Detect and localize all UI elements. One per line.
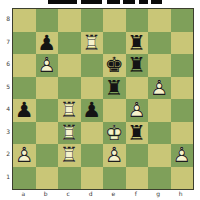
square-a4[interactable]: ♟ (13, 99, 36, 122)
square-c7[interactable] (58, 32, 81, 55)
square-d4[interactable]: ♟ (81, 99, 104, 122)
square-b2[interactable] (36, 144, 59, 167)
square-a5[interactable] (13, 77, 36, 100)
square-f7[interactable]: ♜ (126, 32, 149, 55)
square-f5[interactable] (126, 77, 149, 100)
white-king-e3[interactable]: ♚ (103, 122, 126, 145)
square-f3[interactable]: ♜ (126, 122, 149, 145)
square-b7[interactable]: ♟ (36, 32, 59, 55)
square-b3[interactable] (36, 122, 59, 145)
square-b8[interactable] (36, 9, 59, 32)
square-e5[interactable]: ♜ (103, 77, 126, 100)
cropped-text-fragment-2 (107, 0, 120, 4)
square-a2[interactable]: ♟ (13, 144, 36, 167)
file-label-e: e (102, 190, 125, 197)
file-labels: abcdefgh (12, 189, 193, 200)
square-a3[interactable] (13, 122, 36, 145)
rank-label-7: 7 (0, 31, 10, 54)
square-f8[interactable] (126, 9, 149, 32)
file-label-a: a (12, 190, 35, 197)
rank-labels: 87654321 (0, 8, 12, 188)
square-g1[interactable] (148, 167, 171, 190)
square-d5[interactable] (81, 77, 104, 100)
square-d7[interactable]: ♜ (81, 32, 104, 55)
black-pawn-d4[interactable]: ♟ (81, 99, 104, 122)
square-d1[interactable] (81, 167, 104, 190)
square-d3[interactable] (81, 122, 104, 145)
square-g7[interactable] (148, 32, 171, 55)
square-a7[interactable] (13, 32, 36, 55)
file-label-b: b (35, 190, 58, 197)
square-e4[interactable] (103, 99, 126, 122)
square-g8[interactable] (148, 9, 171, 32)
white-pawn-g5[interactable]: ♟ (148, 77, 171, 100)
square-e3[interactable]: ♚ (103, 122, 126, 145)
black-rook-f6[interactable]: ♜ (126, 54, 149, 77)
square-e1[interactable] (103, 167, 126, 190)
square-d2[interactable] (81, 144, 104, 167)
black-rook-f7[interactable]: ♜ (126, 32, 149, 55)
file-label-f: f (125, 190, 148, 197)
rank-label-4: 4 (0, 98, 10, 121)
white-rook-c4[interactable]: ♜ (58, 99, 81, 122)
square-d8[interactable] (81, 9, 104, 32)
white-pawn-f4[interactable]: ♟ (126, 99, 149, 122)
rank-label-8: 8 (0, 8, 10, 31)
cropped-text-fragment-3 (123, 0, 135, 4)
black-pawn-b7[interactable]: ♟ (36, 32, 59, 55)
square-h1[interactable] (171, 167, 194, 190)
square-h2[interactable]: ♟ (171, 144, 194, 167)
white-pawn-e2[interactable]: ♟ (103, 144, 126, 167)
chess-diagram-page: 87654321 ♟♜♜♟♚♜♜♟♟♜♟♟♜♚♜♟♜♟♟ abcdefgh (0, 0, 200, 200)
square-h3[interactable] (171, 122, 194, 145)
black-king-e6[interactable]: ♚ (103, 54, 126, 77)
square-a8[interactable] (13, 9, 36, 32)
square-c1[interactable] (58, 167, 81, 190)
white-rook-c2[interactable]: ♜ (58, 144, 81, 167)
square-e7[interactable] (103, 32, 126, 55)
square-f6[interactable]: ♜ (126, 54, 149, 77)
square-d6[interactable] (81, 54, 104, 77)
square-h8[interactable] (171, 9, 194, 32)
white-pawn-h2[interactable]: ♟ (171, 144, 194, 167)
chess-board: ♟♜♜♟♚♜♜♟♟♜♟♟♜♚♜♟♜♟♟ (12, 8, 194, 190)
cropped-text-fragment-5 (151, 0, 162, 4)
square-c4[interactable]: ♜ (58, 99, 81, 122)
square-b6[interactable]: ♟ (36, 54, 59, 77)
square-g3[interactable] (148, 122, 171, 145)
file-label-h: h (170, 190, 193, 197)
square-b4[interactable] (36, 99, 59, 122)
file-label-g: g (147, 190, 170, 197)
rank-label-1: 1 (0, 166, 10, 189)
square-c2[interactable]: ♜ (58, 144, 81, 167)
white-rook-c3[interactable]: ♜ (58, 122, 81, 145)
black-rook-e5[interactable]: ♜ (103, 77, 126, 100)
square-g2[interactable] (148, 144, 171, 167)
square-b5[interactable] (36, 77, 59, 100)
square-c8[interactable] (58, 9, 81, 32)
white-pawn-b6[interactable]: ♟ (36, 54, 59, 77)
square-a1[interactable] (13, 167, 36, 190)
square-h6[interactable] (171, 54, 194, 77)
white-rook-d7[interactable]: ♜ (81, 32, 104, 55)
square-g6[interactable] (148, 54, 171, 77)
rank-label-2: 2 (0, 143, 10, 166)
cropped-text-fragment-4 (139, 0, 148, 4)
black-pawn-a4[interactable]: ♟ (13, 99, 36, 122)
square-f1[interactable] (126, 167, 149, 190)
cropped-text-fragment-1 (81, 0, 102, 4)
rank-label-5: 5 (0, 76, 10, 99)
cropped-text-fragment-0 (48, 0, 77, 4)
rank-label-3: 3 (0, 121, 10, 144)
square-c3[interactable]: ♜ (58, 122, 81, 145)
square-g4[interactable] (148, 99, 171, 122)
square-f4[interactable]: ♟ (126, 99, 149, 122)
square-c5[interactable] (58, 77, 81, 100)
file-label-c: c (57, 190, 80, 197)
rank-label-6: 6 (0, 53, 10, 76)
square-h4[interactable] (171, 99, 194, 122)
square-g5[interactable]: ♟ (148, 77, 171, 100)
white-pawn-a2[interactable]: ♟ (13, 144, 36, 167)
square-b1[interactable] (36, 167, 59, 190)
square-e8[interactable] (103, 9, 126, 32)
square-f2[interactable] (126, 144, 149, 167)
square-h5[interactable] (171, 77, 194, 100)
square-a6[interactable] (13, 54, 36, 77)
file-label-d: d (80, 190, 103, 197)
black-rook-f3[interactable]: ♜ (126, 122, 149, 145)
square-e2[interactable]: ♟ (103, 144, 126, 167)
square-h7[interactable] (171, 32, 194, 55)
square-e6[interactable]: ♚ (103, 54, 126, 77)
square-c6[interactable] (58, 54, 81, 77)
